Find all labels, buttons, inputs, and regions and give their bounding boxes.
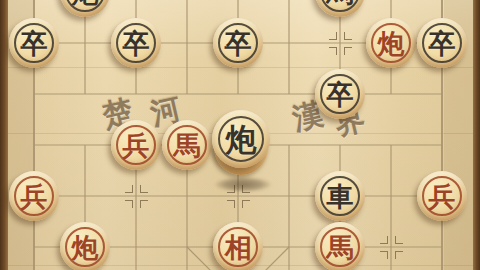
piece-label: 車 <box>327 183 354 210</box>
star-point-mark <box>140 200 148 208</box>
star-point-mark <box>344 32 352 40</box>
star-point-mark <box>140 185 148 193</box>
piece-label: 炮 <box>226 124 257 155</box>
piece-label: 兵 <box>21 183 48 210</box>
star-point-mark <box>395 251 403 259</box>
piece-black-soldier[interactable]: 卒 <box>111 18 161 68</box>
piece-label: 兵 <box>123 132 150 159</box>
piece-black-soldier[interactable]: 卒 <box>417 18 467 68</box>
star-point-mark <box>242 200 250 208</box>
piece-label: 卒 <box>123 30 150 57</box>
star-point-mark <box>227 200 235 208</box>
piece-red-elephant[interactable]: 相 <box>213 222 263 270</box>
star-point-mark <box>125 185 133 193</box>
piece-label: 炮 <box>72 234 99 261</box>
piece-red-cannon[interactable]: 炮 <box>366 18 416 68</box>
xiangqi-board[interactable]: 楚河漢界 炮馬卒卒卒炮卒卒兵馬兵車兵炮相馬炮 <box>0 0 480 270</box>
star-point-mark <box>329 47 337 55</box>
piece-label: 兵 <box>429 183 456 210</box>
piece-label: 炮 <box>72 0 99 6</box>
piece-red-soldier[interactable]: 兵 <box>417 171 467 221</box>
piece-red-horse[interactable]: 馬 <box>315 222 365 270</box>
piece-label: 馬 <box>174 132 201 159</box>
piece-label: 炮 <box>378 30 405 57</box>
star-point-mark <box>329 32 337 40</box>
piece-red-soldier[interactable]: 兵 <box>9 171 59 221</box>
piece-red-cannon[interactable]: 炮 <box>60 222 110 270</box>
piece-black-cannon-lifted[interactable]: 炮 <box>212 110 270 168</box>
star-point-mark <box>395 236 403 244</box>
piece-label: 相 <box>225 234 252 261</box>
piece-red-horse[interactable]: 馬 <box>162 120 212 170</box>
piece-label: 卒 <box>429 30 456 57</box>
piece-red-soldier[interactable]: 兵 <box>111 120 161 170</box>
piece-black-soldier[interactable]: 卒 <box>213 18 263 68</box>
piece-label: 馬 <box>327 0 354 6</box>
star-point-mark <box>380 251 388 259</box>
star-point-mark <box>344 47 352 55</box>
piece-black-soldier[interactable]: 卒 <box>315 69 365 119</box>
piece-black-soldier[interactable]: 卒 <box>9 18 59 68</box>
piece-label: 卒 <box>327 81 354 108</box>
piece-label: 卒 <box>225 30 252 57</box>
piece-black-chariot[interactable]: 車 <box>315 171 365 221</box>
piece-label: 卒 <box>21 30 48 57</box>
star-point-mark <box>380 236 388 244</box>
star-point-mark <box>125 200 133 208</box>
piece-label: 馬 <box>327 234 354 261</box>
lifted-piece-shadow <box>215 177 271 192</box>
